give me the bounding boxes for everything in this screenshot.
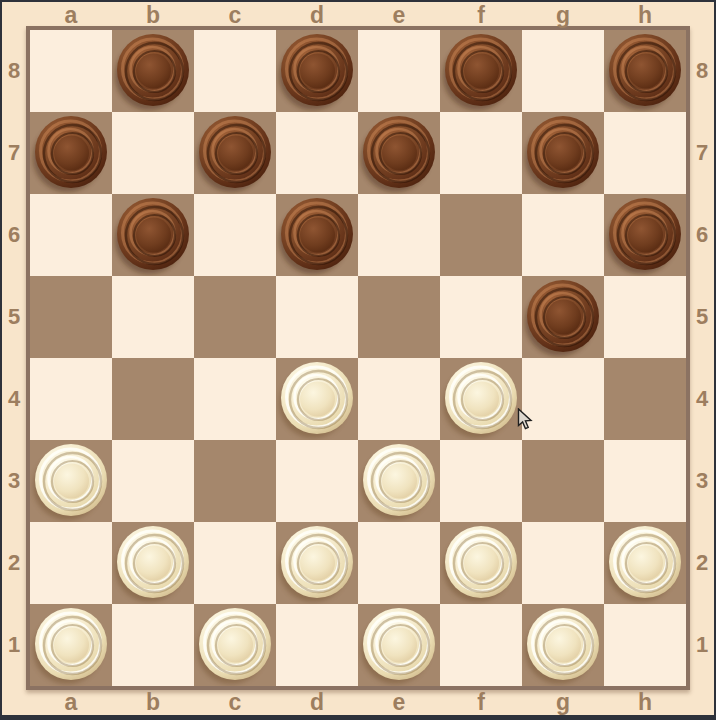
square-e5[interactable]: [358, 276, 440, 358]
square-e6[interactable]: [358, 194, 440, 276]
checker-light-a1[interactable]: [30, 604, 112, 686]
square-g6[interactable]: [522, 194, 604, 276]
square-h3[interactable]: [604, 440, 686, 522]
checker-light-d4[interactable]: [276, 358, 358, 440]
file-label-d-bottom: d: [276, 690, 358, 715]
square-f7[interactable]: [440, 112, 522, 194]
rank-label-6-right: 6: [690, 194, 714, 276]
checker-dark-f8[interactable]: [440, 30, 522, 112]
file-label-a-bottom: a: [30, 690, 112, 715]
file-label-c-bottom: c: [194, 690, 276, 715]
square-g7[interactable]: [522, 112, 604, 194]
file-label-c-top: c: [194, 2, 276, 29]
square-c5[interactable]: [194, 276, 276, 358]
rank-label-8-left: 8: [2, 30, 26, 112]
checker-light-h2[interactable]: [604, 522, 686, 604]
square-e2[interactable]: [358, 522, 440, 604]
square-d7[interactable]: [276, 112, 358, 194]
square-h7[interactable]: [604, 112, 686, 194]
square-d5[interactable]: [276, 276, 358, 358]
checker-dark-e7[interactable]: [358, 112, 440, 194]
square-g1[interactable]: [522, 604, 604, 686]
square-g8[interactable]: [522, 30, 604, 112]
square-d3[interactable]: [276, 440, 358, 522]
square-b5[interactable]: [112, 276, 194, 358]
checker-light-b2[interactable]: [112, 522, 194, 604]
rank-label-6-left: 6: [2, 194, 26, 276]
square-b7[interactable]: [112, 112, 194, 194]
square-c8[interactable]: [194, 30, 276, 112]
square-b6[interactable]: [112, 194, 194, 276]
square-c4[interactable]: [194, 358, 276, 440]
square-f6[interactable]: [440, 194, 522, 276]
square-h1[interactable]: [604, 604, 686, 686]
file-label-g-top: g: [522, 2, 604, 29]
checker-dark-d8[interactable]: [276, 30, 358, 112]
rank-label-7-left: 7: [2, 112, 26, 194]
square-f5[interactable]: [440, 276, 522, 358]
checker-light-f4[interactable]: [440, 358, 522, 440]
file-label-f-bottom: f: [440, 690, 522, 715]
square-d8[interactable]: [276, 30, 358, 112]
square-b4[interactable]: [112, 358, 194, 440]
square-e7[interactable]: [358, 112, 440, 194]
square-b1[interactable]: [112, 604, 194, 686]
square-f8[interactable]: [440, 30, 522, 112]
square-g2[interactable]: [522, 522, 604, 604]
rank-label-5-right: 5: [690, 276, 714, 358]
square-c7[interactable]: [194, 112, 276, 194]
square-g4[interactable]: [522, 358, 604, 440]
square-d4[interactable]: [276, 358, 358, 440]
square-b2[interactable]: [112, 522, 194, 604]
square-h6[interactable]: [604, 194, 686, 276]
square-a7[interactable]: [30, 112, 112, 194]
checker-light-g1[interactable]: [522, 604, 604, 686]
checker-dark-h6[interactable]: [604, 194, 686, 276]
checker-dark-g5[interactable]: [522, 276, 604, 358]
file-labels-top: abcdefgh: [30, 2, 686, 28]
file-label-g-bottom: g: [522, 690, 604, 715]
file-label-h-bottom: h: [604, 690, 686, 715]
square-h5[interactable]: [604, 276, 686, 358]
checker-dark-b6[interactable]: [112, 194, 194, 276]
square-e3[interactable]: [358, 440, 440, 522]
file-label-f-top: f: [440, 2, 522, 29]
rank-label-2-left: 2: [2, 522, 26, 604]
square-f3[interactable]: [440, 440, 522, 522]
rank-label-5-left: 5: [2, 276, 26, 358]
square-a1[interactable]: [30, 604, 112, 686]
checker-light-d2[interactable]: [276, 522, 358, 604]
square-f1[interactable]: [440, 604, 522, 686]
square-e4[interactable]: [358, 358, 440, 440]
square-b3[interactable]: [112, 440, 194, 522]
square-a6[interactable]: [30, 194, 112, 276]
checker-light-e3[interactable]: [358, 440, 440, 522]
checker-light-c1[interactable]: [194, 604, 276, 686]
square-f4[interactable]: [440, 358, 522, 440]
checker-dark-b8[interactable]: [112, 30, 194, 112]
rank-label-8-right: 8: [690, 30, 714, 112]
square-h2[interactable]: [604, 522, 686, 604]
file-label-e-bottom: e: [358, 690, 440, 715]
rank-labels-left: 87654321: [2, 30, 26, 686]
square-c1[interactable]: [194, 604, 276, 686]
rank-labels-right: 87654321: [690, 30, 714, 686]
mouse-cursor: [517, 408, 534, 431]
square-b8[interactable]: [112, 30, 194, 112]
square-g5[interactable]: [522, 276, 604, 358]
rank-label-7-right: 7: [690, 112, 714, 194]
file-label-e-top: e: [358, 2, 440, 29]
rank-label-4-right: 4: [690, 358, 714, 440]
square-c3[interactable]: [194, 440, 276, 522]
file-label-h-top: h: [604, 2, 686, 29]
rank-label-3-left: 3: [2, 440, 26, 522]
square-a4[interactable]: [30, 358, 112, 440]
file-label-a-top: a: [30, 2, 112, 29]
file-labels-bottom: abcdefgh: [30, 690, 686, 715]
checker-dark-a7[interactable]: [30, 112, 112, 194]
checker-dark-g7[interactable]: [522, 112, 604, 194]
rank-label-2-right: 2: [690, 522, 714, 604]
checkers-board-screen: abcdefgh abcdefgh 87654321 87654321: [0, 0, 716, 720]
checker-dark-h8[interactable]: [604, 30, 686, 112]
rank-label-1-right: 1: [690, 604, 714, 686]
square-d2[interactable]: [276, 522, 358, 604]
rank-label-1-left: 1: [2, 604, 26, 686]
checker-dark-c7[interactable]: [194, 112, 276, 194]
square-a2[interactable]: [30, 522, 112, 604]
square-c6[interactable]: [194, 194, 276, 276]
file-label-d-top: d: [276, 2, 358, 29]
checker-dark-d6[interactable]: [276, 194, 358, 276]
square-c2[interactable]: [194, 522, 276, 604]
square-g3[interactable]: [522, 440, 604, 522]
square-h8[interactable]: [604, 30, 686, 112]
square-a5[interactable]: [30, 276, 112, 358]
square-a3[interactable]: [30, 440, 112, 522]
board-grid: [30, 30, 686, 686]
file-label-b-bottom: b: [112, 690, 194, 715]
square-e1[interactable]: [358, 604, 440, 686]
rank-label-4-left: 4: [2, 358, 26, 440]
file-label-b-top: b: [112, 2, 194, 29]
square-h4[interactable]: [604, 358, 686, 440]
square-a8[interactable]: [30, 30, 112, 112]
checker-light-a3[interactable]: [30, 440, 112, 522]
square-e8[interactable]: [358, 30, 440, 112]
checker-light-e1[interactable]: [358, 604, 440, 686]
square-f2[interactable]: [440, 522, 522, 604]
rank-label-3-right: 3: [690, 440, 714, 522]
square-d6[interactable]: [276, 194, 358, 276]
square-d1[interactable]: [276, 604, 358, 686]
checker-light-f2[interactable]: [440, 522, 522, 604]
